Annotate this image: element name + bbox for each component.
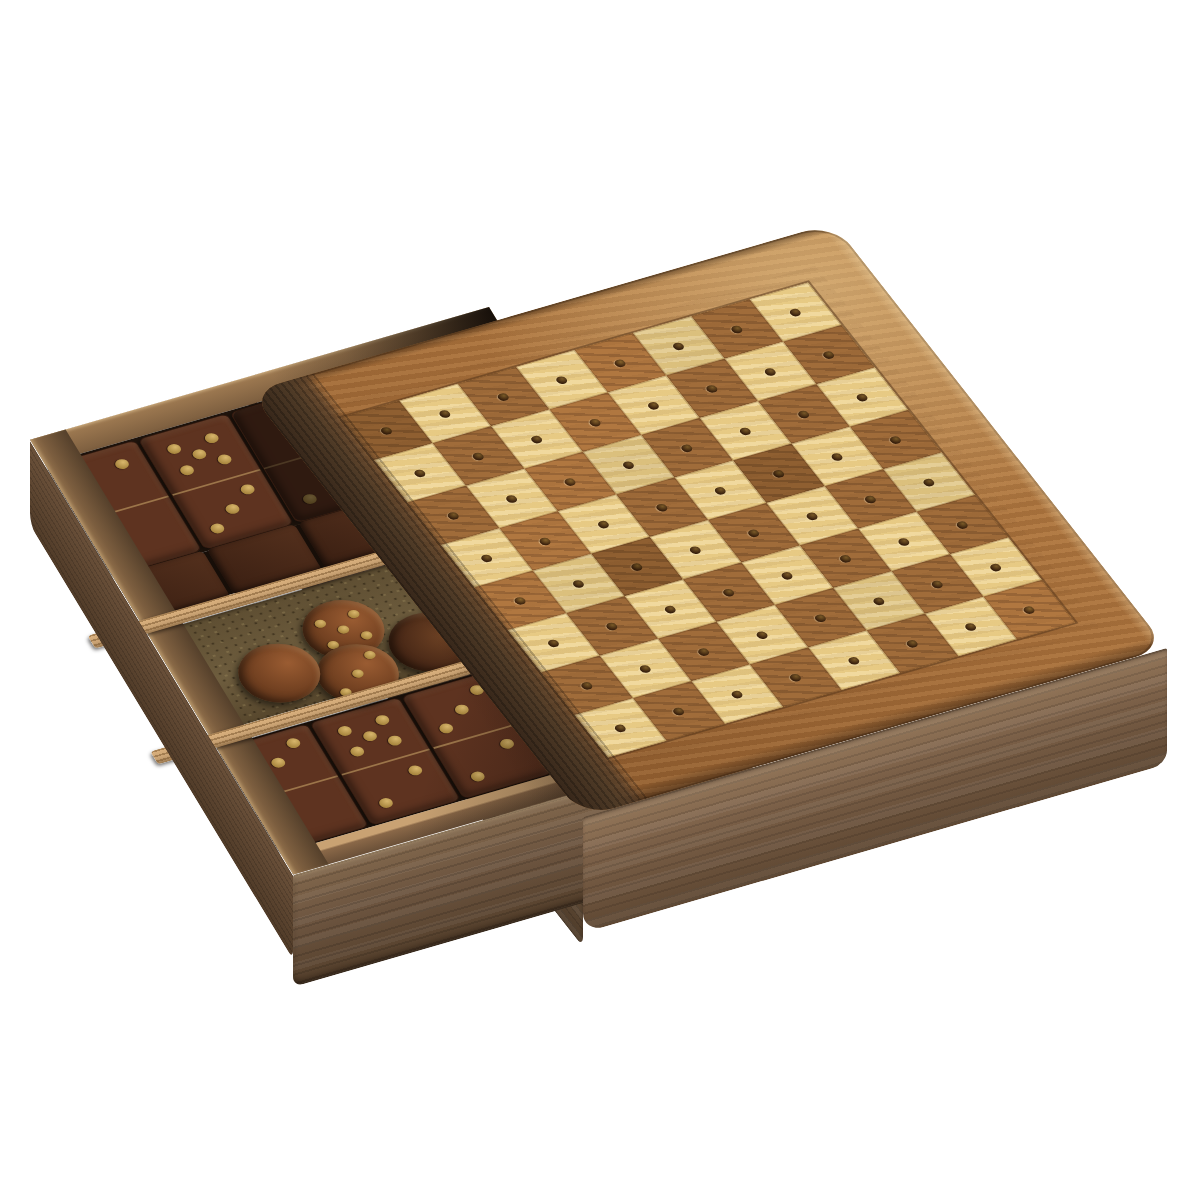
brass-pip <box>269 756 287 769</box>
wooden-game-box-photo <box>0 0 1200 1200</box>
peg-hole <box>663 604 678 614</box>
brass-pip <box>113 457 131 470</box>
brass-pip <box>284 737 302 750</box>
peg-hole <box>471 451 486 461</box>
brass-pip <box>178 464 196 477</box>
brass-pip <box>377 797 395 810</box>
peg-hole <box>730 689 745 699</box>
peg-hole <box>797 409 812 419</box>
peg-hole <box>479 553 494 563</box>
peg-hole <box>847 656 862 666</box>
peg-hole <box>580 681 595 691</box>
peg-hole <box>546 638 561 648</box>
peg-hole <box>588 417 603 427</box>
peg-hole <box>955 520 970 530</box>
peg-hole <box>671 341 686 351</box>
brass-pip <box>348 745 366 758</box>
peg-hole <box>446 511 461 521</box>
peg-hole <box>688 545 703 555</box>
peg-hole <box>897 537 912 547</box>
peg-hole <box>772 469 787 479</box>
peg-hole <box>438 409 453 419</box>
peg-hole <box>905 639 920 649</box>
peg-hole <box>680 443 695 453</box>
brass-pip <box>350 668 365 679</box>
peg-hole <box>855 392 870 402</box>
peg-hole <box>721 587 736 597</box>
brass-pip <box>335 725 353 738</box>
peg-hole <box>671 706 686 716</box>
peg-hole <box>530 434 545 444</box>
brass-pip <box>346 609 361 620</box>
peg-hole <box>863 494 878 504</box>
peg-hole <box>813 613 828 623</box>
peg-hole <box>638 664 653 674</box>
peg-hole <box>930 579 945 589</box>
brass-pip <box>164 442 182 455</box>
peg-hole <box>571 579 586 589</box>
peg-hole <box>755 630 770 640</box>
brass-pip <box>209 522 227 535</box>
brass-pip <box>453 703 471 716</box>
peg-hole <box>788 307 803 317</box>
peg-hole <box>655 502 670 512</box>
peg-hole <box>605 621 620 631</box>
peg-hole <box>1022 605 1037 615</box>
peg-hole <box>596 519 611 529</box>
peg-hole <box>413 468 428 478</box>
brass-pip <box>190 448 208 461</box>
brass-pip <box>469 770 487 783</box>
peg-hole <box>513 596 528 606</box>
peg-hole <box>563 477 578 487</box>
brass-pip <box>362 650 377 661</box>
brass-pip <box>498 738 516 751</box>
peg-hole <box>538 536 553 546</box>
brass-pip <box>238 483 256 496</box>
peg-hole <box>888 435 903 445</box>
peg-hole <box>621 460 636 470</box>
brass-pip <box>224 503 242 516</box>
peg-hole <box>646 401 661 411</box>
peg-hole <box>805 511 820 521</box>
peg-hole <box>504 494 519 504</box>
peg-hole <box>747 528 762 538</box>
brass-pip <box>216 453 234 466</box>
peg-hole <box>788 672 803 682</box>
brass-pip <box>359 630 374 641</box>
peg-hole <box>922 477 937 487</box>
peg-hole <box>738 426 753 436</box>
peg-hole <box>730 324 745 334</box>
peg-hole <box>630 562 645 572</box>
peg-hole <box>872 596 887 606</box>
brass-pip <box>407 764 425 777</box>
peg-hole <box>613 358 628 368</box>
peg-hole <box>555 375 570 385</box>
brass-pip <box>374 714 392 727</box>
peg-hole <box>822 350 837 360</box>
brass-pip <box>203 431 221 444</box>
peg-hole <box>830 452 845 462</box>
peg-hole <box>989 562 1004 572</box>
brass-pip <box>437 722 455 735</box>
brass-pip <box>336 624 351 635</box>
peg-hole <box>613 723 628 733</box>
brass-pip <box>313 618 328 629</box>
peg-hole <box>696 647 711 657</box>
peg-hole <box>713 486 728 496</box>
brass-pip <box>301 493 319 506</box>
peg-hole <box>379 426 394 436</box>
peg-hole <box>763 367 778 377</box>
peg-hole <box>780 571 795 581</box>
peg-hole <box>705 384 720 394</box>
peg-hole <box>838 554 853 564</box>
brass-pip <box>361 729 379 742</box>
peg-hole <box>496 392 511 402</box>
brass-pip <box>386 734 404 747</box>
peg-hole <box>964 622 979 632</box>
